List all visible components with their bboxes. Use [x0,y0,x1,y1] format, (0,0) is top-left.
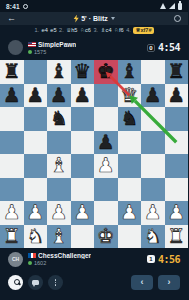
app-bar: ← 5' · Blitz [0,12,188,25]
game-title-dropdown[interactable]: 5' · Blitz [73,15,115,23]
white-pawn: ♟ [120,201,138,225]
bottom-player-rating: 1602 [34,260,46,266]
white-pawn: ♟ [3,201,21,225]
chat-button[interactable] [28,275,43,290]
square-f2[interactable]: ♟ [118,201,142,225]
bottom-player-clock: 4:56 [158,254,180,265]
square-e2[interactable] [94,201,118,225]
black-pawn: ♟ [26,84,44,108]
chess-board: ♜♝♛♚♝♜♟♟♟♟♛♟♟♞♞♟♝♟♟♟♟♟♟♟♟♜♞♝♚♞♜ [0,60,188,248]
fr-flag-icon [28,253,36,258]
top-player-name[interactable]: SimplePawn [38,41,76,48]
us-flag-icon [28,42,36,47]
more-menu-button[interactable] [48,275,63,290]
square-c8[interactable]: ♝ [47,60,71,84]
analysis-button[interactable] [8,275,23,290]
move-token[interactable]: 3. [93,27,98,33]
square-e4[interactable]: ♟ [94,154,118,178]
square-b8[interactable] [24,60,48,84]
square-h6[interactable] [165,107,189,131]
white-rook: ♜ [3,225,21,249]
black-knight: ♞ [50,107,68,131]
move-token[interactable]: ♕xf7# [133,27,153,34]
white-pawn: ♟ [167,201,185,225]
square-h3[interactable] [165,178,189,202]
move-token[interactable]: ♕h5 [66,27,77,33]
status-time: 8:41 [6,3,20,10]
square-e7[interactable] [94,84,118,108]
square-a3[interactable] [0,178,24,202]
square-c1[interactable]: ♝ [47,225,71,249]
square-b1[interactable]: ♞ [24,225,48,249]
square-e3[interactable] [94,178,118,202]
square-f6[interactable]: ♞ [118,107,142,131]
square-e1[interactable]: ♚ [94,225,118,249]
square-a4[interactable] [0,154,24,178]
top-player-rating: 1575 [34,49,46,55]
status-bar: 8:41 [0,0,188,12]
square-g8[interactable] [141,60,165,84]
magnifier-icon [14,279,20,285]
status-settings-icon [23,4,28,9]
white-pawn: ♟ [26,201,44,225]
square-d7[interactable]: ♟ [71,84,95,108]
square-c4[interactable]: ♝ [47,154,71,178]
move-token[interactable]: 4. [126,27,131,33]
black-pawn: ♟ [144,84,162,108]
square-b2[interactable]: ♟ [24,201,48,225]
square-b6[interactable] [24,107,48,131]
move-token[interactable]: 2. [59,27,64,33]
square-d4[interactable] [71,154,95,178]
wifi-icon [160,3,166,9]
white-bishop: ♝ [50,225,68,249]
black-pawn: ♟ [167,84,185,108]
black-pawn: ♟ [3,84,21,108]
square-e8[interactable]: ♚ [94,60,118,84]
square-f5[interactable] [118,131,142,155]
bottom-player-avatar[interactable]: CH [8,252,23,267]
square-h1[interactable]: ♜ [165,225,189,249]
move-token[interactable]: ♘c6 [80,27,91,33]
square-f3[interactable] [118,178,142,202]
lightning-bolt-icon [73,15,79,23]
top-player-avatar[interactable] [8,40,23,55]
square-f7[interactable]: ♛ [118,84,142,108]
bottom-control-bar: ‹ › [0,270,188,300]
square-a5[interactable] [0,131,24,155]
square-c6[interactable]: ♞ [47,107,71,131]
square-f8[interactable]: ♝ [118,60,142,84]
black-pawn: ♟ [97,131,115,155]
square-d3[interactable] [71,178,95,202]
bottom-player-score-badge: 1 [147,255,155,263]
bottom-player-name[interactable]: ChessChallenger [38,252,91,259]
white-knight: ♞ [26,225,44,249]
move-token[interactable]: e5 [50,27,56,33]
move-token[interactable]: ♘f6 [114,27,124,33]
white-pawn: ♟ [144,201,162,225]
square-g7[interactable]: ♟ [141,84,165,108]
square-d2[interactable]: ♟ [71,201,95,225]
move-list: 1.e4e52.♕h5♘c63.♗c4♘f64.♕xf7# [0,25,188,35]
square-g4[interactable] [141,154,165,178]
black-knight: ♞ [120,107,138,131]
square-a6[interactable] [0,107,24,131]
kebab-menu-icon [55,279,57,286]
black-bishop: ♝ [50,60,68,84]
white-bishop: ♝ [50,154,68,178]
square-a2[interactable]: ♟ [0,201,24,225]
white-pawn: ♟ [73,201,91,225]
bottom-player-row: CH ChessChallenger 1602 1 4:56 [0,248,188,270]
battery-icon [178,3,182,10]
square-a7[interactable]: ♟ [0,84,24,108]
white-queen: ♛ [120,84,138,108]
square-c2[interactable]: ♟ [47,201,71,225]
top-player-clock: 4:54 [158,42,180,53]
back-button[interactable]: ← [7,12,16,25]
square-f1[interactable] [118,225,142,249]
chat-bubble-icon [32,280,39,285]
black-pawn: ♟ [50,84,68,108]
move-forward-button[interactable]: › [158,275,180,290]
top-player-row: SimplePawn 1575 0 4:54 [0,35,188,60]
square-e6[interactable] [94,107,118,131]
page-title: 5' · Blitz [81,15,108,22]
black-rook: ♜ [3,60,21,84]
black-queen: ♛ [73,60,91,84]
square-b3[interactable] [24,178,48,202]
square-a1[interactable]: ♜ [0,225,24,249]
white-rook: ♜ [167,225,185,249]
square-b7[interactable]: ♟ [24,84,48,108]
black-pawn: ♟ [73,84,91,108]
move-token[interactable]: 1. [34,27,39,33]
square-g5[interactable] [141,131,165,155]
online-indicator-icon [28,50,32,54]
move-back-button[interactable]: ‹ [131,275,153,290]
white-pawn: ♟ [50,201,68,225]
square-g1[interactable]: ♞ [141,225,165,249]
gear-icon[interactable] [174,15,181,22]
square-c7[interactable]: ♟ [47,84,71,108]
square-g6[interactable] [141,107,165,131]
chevron-down-icon [111,17,115,20]
square-g2[interactable]: ♟ [141,201,165,225]
square-g3[interactable] [141,178,165,202]
square-f4[interactable] [118,154,142,178]
square-c3[interactable] [47,178,71,202]
square-c5[interactable] [47,131,71,155]
square-h7[interactable]: ♟ [165,84,189,108]
white-king: ♚ [97,225,115,249]
cell-signal-icon [169,3,175,9]
square-d1[interactable] [71,225,95,249]
square-d6[interactable] [71,107,95,131]
move-token[interactable]: ♗c4 [101,27,112,33]
move-token[interactable]: e4 [42,27,48,33]
square-b5[interactable] [24,131,48,155]
black-king: ♚ [97,60,115,84]
white-pawn: ♟ [97,154,115,178]
online-indicator-icon [28,261,32,265]
top-player-score-badge: 0 [147,44,155,52]
square-d5[interactable] [71,131,95,155]
square-h8[interactable]: ♜ [165,60,189,84]
black-bishop: ♝ [120,60,138,84]
square-h4[interactable] [165,154,189,178]
square-a8[interactable]: ♜ [0,60,24,84]
square-b4[interactable] [24,154,48,178]
black-rook: ♜ [167,60,185,84]
square-h5[interactable] [165,131,189,155]
square-e5[interactable]: ♟ [94,131,118,155]
white-knight: ♞ [144,225,162,249]
square-h2[interactable]: ♟ [165,201,189,225]
square-d8[interactable]: ♛ [71,60,95,84]
